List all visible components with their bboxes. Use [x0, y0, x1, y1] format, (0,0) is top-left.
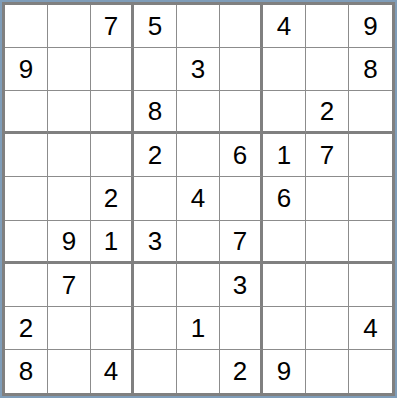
cell-r5c8-empty[interactable]	[306, 177, 349, 220]
cell-r7c3-empty[interactable]	[91, 264, 134, 307]
cell-r8c1-given-2[interactable]: 2	[5, 307, 48, 350]
cell-r7c6-given-3[interactable]: 3	[220, 264, 263, 307]
cell-r5c5-given-4[interactable]: 4	[177, 177, 220, 220]
cell-r6c9-empty[interactable]	[349, 221, 392, 264]
cell-r9c2-empty[interactable]	[48, 350, 91, 393]
cell-r7c5-empty[interactable]	[177, 264, 220, 307]
cell-r3c5-empty[interactable]	[177, 91, 220, 134]
cell-r1c9-given-9[interactable]: 9	[349, 5, 392, 48]
cell-r2c3-empty[interactable]	[91, 48, 134, 91]
cell-r6c2-given-9[interactable]: 9	[48, 221, 91, 264]
cell-r4c6-given-6[interactable]: 6	[220, 134, 263, 177]
cell-r8c9-given-4[interactable]: 4	[349, 307, 392, 350]
cell-r9c1-given-8[interactable]: 8	[5, 350, 48, 393]
cell-r8c7-empty[interactable]	[263, 307, 306, 350]
cell-r3c3-empty[interactable]	[91, 91, 134, 134]
cell-r6c7-empty[interactable]	[263, 221, 306, 264]
cell-r6c3-given-1[interactable]: 1	[91, 221, 134, 264]
cell-r2c7-empty[interactable]	[263, 48, 306, 91]
cell-r2c4-empty[interactable]	[134, 48, 177, 91]
cell-r9c9-empty[interactable]	[349, 350, 392, 393]
cell-r8c6-empty[interactable]	[220, 307, 263, 350]
cell-r3c6-empty[interactable]	[220, 91, 263, 134]
cell-r4c1-empty[interactable]	[5, 134, 48, 177]
cell-r4c7-given-1[interactable]: 1	[263, 134, 306, 177]
cell-r2c1-given-9[interactable]: 9	[5, 48, 48, 91]
cell-r4c4-given-2[interactable]: 2	[134, 134, 177, 177]
cell-r9c6-given-2[interactable]: 2	[220, 350, 263, 393]
cell-r5c4-empty[interactable]	[134, 177, 177, 220]
cell-r8c4-empty[interactable]	[134, 307, 177, 350]
cell-r3c7-empty[interactable]	[263, 91, 306, 134]
cell-r7c8-empty[interactable]	[306, 264, 349, 307]
cell-r5c7-given-6[interactable]: 6	[263, 177, 306, 220]
cell-r8c8-empty[interactable]	[306, 307, 349, 350]
cell-r7c4-empty[interactable]	[134, 264, 177, 307]
cell-r5c6-empty[interactable]	[220, 177, 263, 220]
cell-r1c8-empty[interactable]	[306, 5, 349, 48]
cell-r2c6-empty[interactable]	[220, 48, 263, 91]
cell-r7c9-empty[interactable]	[349, 264, 392, 307]
cell-r5c3-given-2[interactable]: 2	[91, 177, 134, 220]
cell-r9c5-empty[interactable]	[177, 350, 220, 393]
sudoku-board: 75499388226172469137732148429	[0, 0, 397, 398]
board-frame: 75499388226172469137732148429	[2, 2, 395, 396]
cell-r2c9-given-8[interactable]: 8	[349, 48, 392, 91]
cell-r1c4-given-5[interactable]: 5	[134, 5, 177, 48]
cell-r1c5-empty[interactable]	[177, 5, 220, 48]
cell-r7c2-given-7[interactable]: 7	[48, 264, 91, 307]
cell-r3c2-empty[interactable]	[48, 91, 91, 134]
cell-r2c8-empty[interactable]	[306, 48, 349, 91]
cell-r3c9-empty[interactable]	[349, 91, 392, 134]
cell-r9c7-given-9[interactable]: 9	[263, 350, 306, 393]
cell-r5c2-empty[interactable]	[48, 177, 91, 220]
cell-r8c5-given-1[interactable]: 1	[177, 307, 220, 350]
cell-r9c4-empty[interactable]	[134, 350, 177, 393]
cell-r4c3-empty[interactable]	[91, 134, 134, 177]
cell-r1c6-empty[interactable]	[220, 5, 263, 48]
cell-r8c2-empty[interactable]	[48, 307, 91, 350]
cell-r1c2-empty[interactable]	[48, 5, 91, 48]
cell-r3c4-given-8[interactable]: 8	[134, 91, 177, 134]
cell-r7c7-empty[interactable]	[263, 264, 306, 307]
cell-r1c3-given-7[interactable]: 7	[91, 5, 134, 48]
cell-r8c3-empty[interactable]	[91, 307, 134, 350]
cell-r2c2-empty[interactable]	[48, 48, 91, 91]
cell-r4c2-empty[interactable]	[48, 134, 91, 177]
cell-r1c1-empty[interactable]	[5, 5, 48, 48]
cell-r6c1-empty[interactable]	[5, 221, 48, 264]
cell-r6c4-given-3[interactable]: 3	[134, 221, 177, 264]
cell-r3c8-given-2[interactable]: 2	[306, 91, 349, 134]
cell-r6c6-given-7[interactable]: 7	[220, 221, 263, 264]
cell-r5c9-empty[interactable]	[349, 177, 392, 220]
cell-r6c5-empty[interactable]	[177, 221, 220, 264]
cell-r2c5-given-3[interactable]: 3	[177, 48, 220, 91]
cell-r3c1-empty[interactable]	[5, 91, 48, 134]
cell-r1c7-given-4[interactable]: 4	[263, 5, 306, 48]
cell-r9c8-empty[interactable]	[306, 350, 349, 393]
cell-r4c8-given-7[interactable]: 7	[306, 134, 349, 177]
sudoku-grid: 75499388226172469137732148429	[5, 5, 392, 393]
cell-r9c3-given-4[interactable]: 4	[91, 350, 134, 393]
cell-r5c1-empty[interactable]	[5, 177, 48, 220]
cell-r4c9-empty[interactable]	[349, 134, 392, 177]
cell-r4c5-empty[interactable]	[177, 134, 220, 177]
cell-r6c8-empty[interactable]	[306, 221, 349, 264]
cell-r7c1-empty[interactable]	[5, 264, 48, 307]
